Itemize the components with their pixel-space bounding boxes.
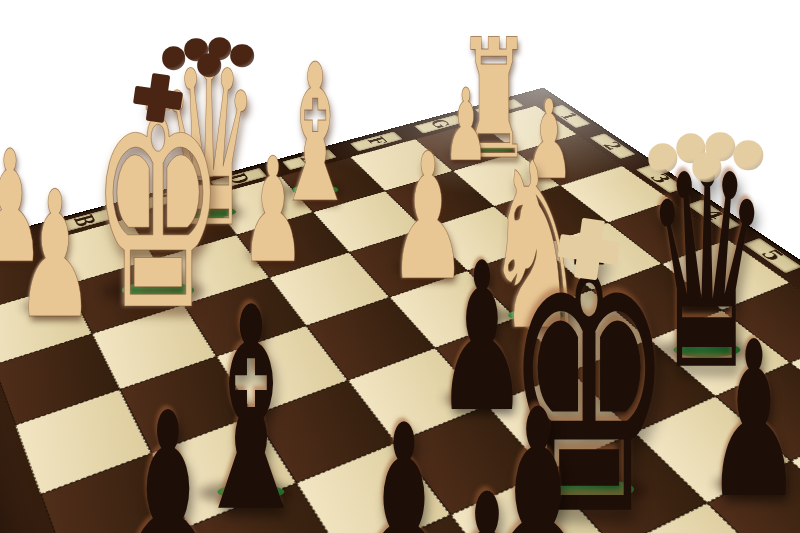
queen-crown-ball-detail	[692, 153, 721, 182]
king-cross-detail	[146, 73, 171, 123]
queen-crown-ball-detail	[162, 46, 186, 70]
chess-set-photo: ABCDEFGH 12345678 ♜♟♟♝♛♟♟♟♚♟♞♛♟♟♚♝♟♟♟♝	[0, 0, 800, 533]
queen-crown-ball-detail	[706, 132, 735, 161]
queen-crown-ball-detail	[184, 38, 208, 62]
queen-crown-ball-detail	[733, 141, 762, 170]
board-grid	[0, 106, 800, 533]
queen-crown-ball-detail	[230, 44, 254, 68]
queen-crown-ball-detail	[676, 133, 705, 162]
queen-crown-ball-detail	[208, 37, 232, 61]
queen-crown-ball-detail	[197, 53, 221, 77]
chess-board: ABCDEFGH 12345678	[0, 88, 800, 533]
king-cross-detail	[133, 86, 183, 111]
